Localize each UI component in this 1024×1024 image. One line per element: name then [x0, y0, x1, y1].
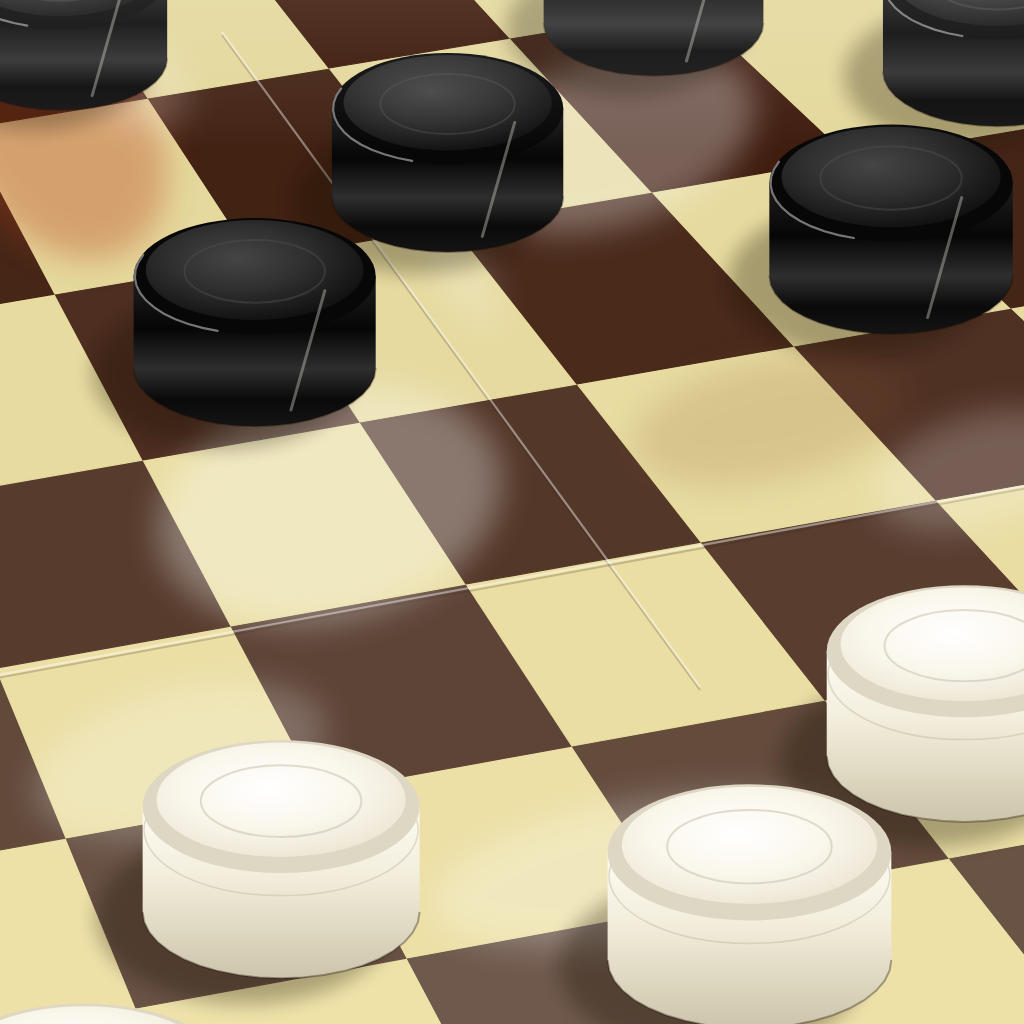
checkers-board [0, 0, 1024, 1024]
board-photo: Angled close-up photograph of a folding … [0, 0, 1024, 1024]
piece-top-face [146, 220, 364, 320]
piece-top-face [156, 743, 405, 857]
piece-top-face [622, 787, 877, 904]
depth-haze [0, 0, 1024, 150]
